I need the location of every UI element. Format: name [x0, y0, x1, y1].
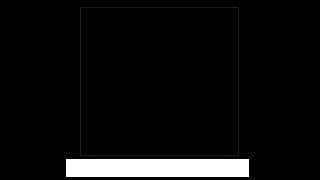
caption-panel [66, 159, 249, 177]
board-frame [70, 0, 250, 162]
black-to-move-indicator [71, 11, 75, 16]
video-frame [0, 0, 320, 180]
rank-labels-left [70, 8, 81, 155]
game-info-line [66, 159, 249, 165]
file-labels-top [81, 0, 238, 8]
rank-labels-right [238, 8, 250, 155]
chess-board [81, 8, 238, 155]
